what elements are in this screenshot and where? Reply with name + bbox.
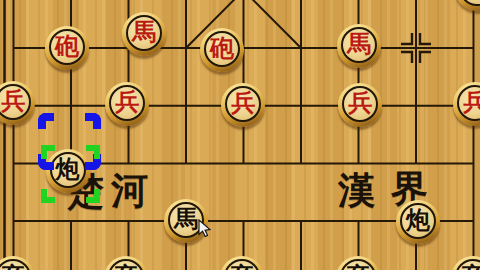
piece-black-炮[interactable]: 炮 [396, 200, 440, 244]
piece-glyph: 砲 [210, 36, 234, 60]
piece-glyph: 兵 [231, 91, 255, 115]
piece-face: 卒 [340, 259, 376, 270]
piece-face: 兵 [0, 84, 31, 120]
piece-glyph: 卒 [461, 264, 480, 270]
piece-glyph: 炮 [406, 208, 430, 232]
piece-black-卒[interactable]: 卒 [220, 256, 264, 270]
piece-glyph: 卒 [230, 264, 254, 270]
piece-face: 兵 [457, 85, 480, 121]
piece-red-砲[interactable]: 砲 [200, 28, 244, 72]
piece-red-車[interactable]: 車 [455, 0, 480, 11]
piece-red-兵[interactable]: 兵 [221, 83, 265, 127]
piece-face: 車 [459, 0, 480, 6]
piece-red-兵[interactable]: 兵 [105, 82, 149, 126]
piece-glyph: 炮 [56, 157, 80, 181]
piece-face: 兵 [342, 86, 378, 122]
piece-black-卒[interactable]: 卒 [0, 256, 35, 270]
piece-glyph: 馬 [347, 32, 371, 56]
piece-glyph: 卒 [346, 264, 370, 270]
piece-face: 卒 [224, 259, 260, 270]
piece-glyph: 馬 [132, 20, 156, 44]
piece-face: 砲 [204, 31, 240, 67]
xiangqi-board[interactable]: 楚 河 漢 界 砲馬砲馬兵兵兵兵兵車炮馬炮卒卒卒卒卒 [0, 0, 480, 270]
piece-face: 炮 [400, 203, 436, 239]
piece-red-馬[interactable]: 馬 [337, 24, 381, 68]
piece-face: 卒 [0, 259, 31, 270]
piece-face: 炮 [50, 152, 86, 188]
mouse-cursor-icon [198, 219, 212, 238]
piece-red-馬[interactable]: 馬 [122, 12, 166, 56]
piece-face: 兵 [225, 86, 261, 122]
piece-red-兵[interactable]: 兵 [0, 81, 35, 125]
piece-black-卒[interactable]: 卒 [451, 256, 480, 270]
piece-face: 馬 [126, 15, 162, 51]
piece-face: 卒 [455, 259, 480, 270]
piece-face: 馬 [341, 27, 377, 63]
piece-glyph: 馬 [174, 207, 198, 231]
piece-glyph: 兵 [1, 89, 25, 113]
piece-glyph: 砲 [55, 34, 79, 58]
piece-glyph: 卒 [1, 264, 25, 270]
piece-glyph: 兵 [463, 90, 480, 114]
piece-glyph: 卒 [114, 264, 138, 270]
piece-red-兵[interactable]: 兵 [338, 83, 382, 127]
piece-face: 兵 [109, 85, 145, 121]
piece-glyph: 兵 [115, 90, 139, 114]
piece-face: 卒 [108, 259, 144, 270]
piece-black-卒[interactable]: 卒 [336, 256, 380, 270]
piece-face: 砲 [49, 29, 85, 65]
piece-black-卒[interactable]: 卒 [104, 256, 148, 270]
pieces-layer: 砲馬砲馬兵兵兵兵兵車炮馬炮卒卒卒卒卒 [0, 0, 480, 270]
piece-black-炮-selected[interactable]: 炮 [46, 149, 90, 193]
piece-red-砲[interactable]: 砲 [45, 26, 89, 70]
piece-red-兵[interactable]: 兵 [453, 82, 480, 126]
piece-glyph: 兵 [348, 91, 372, 115]
